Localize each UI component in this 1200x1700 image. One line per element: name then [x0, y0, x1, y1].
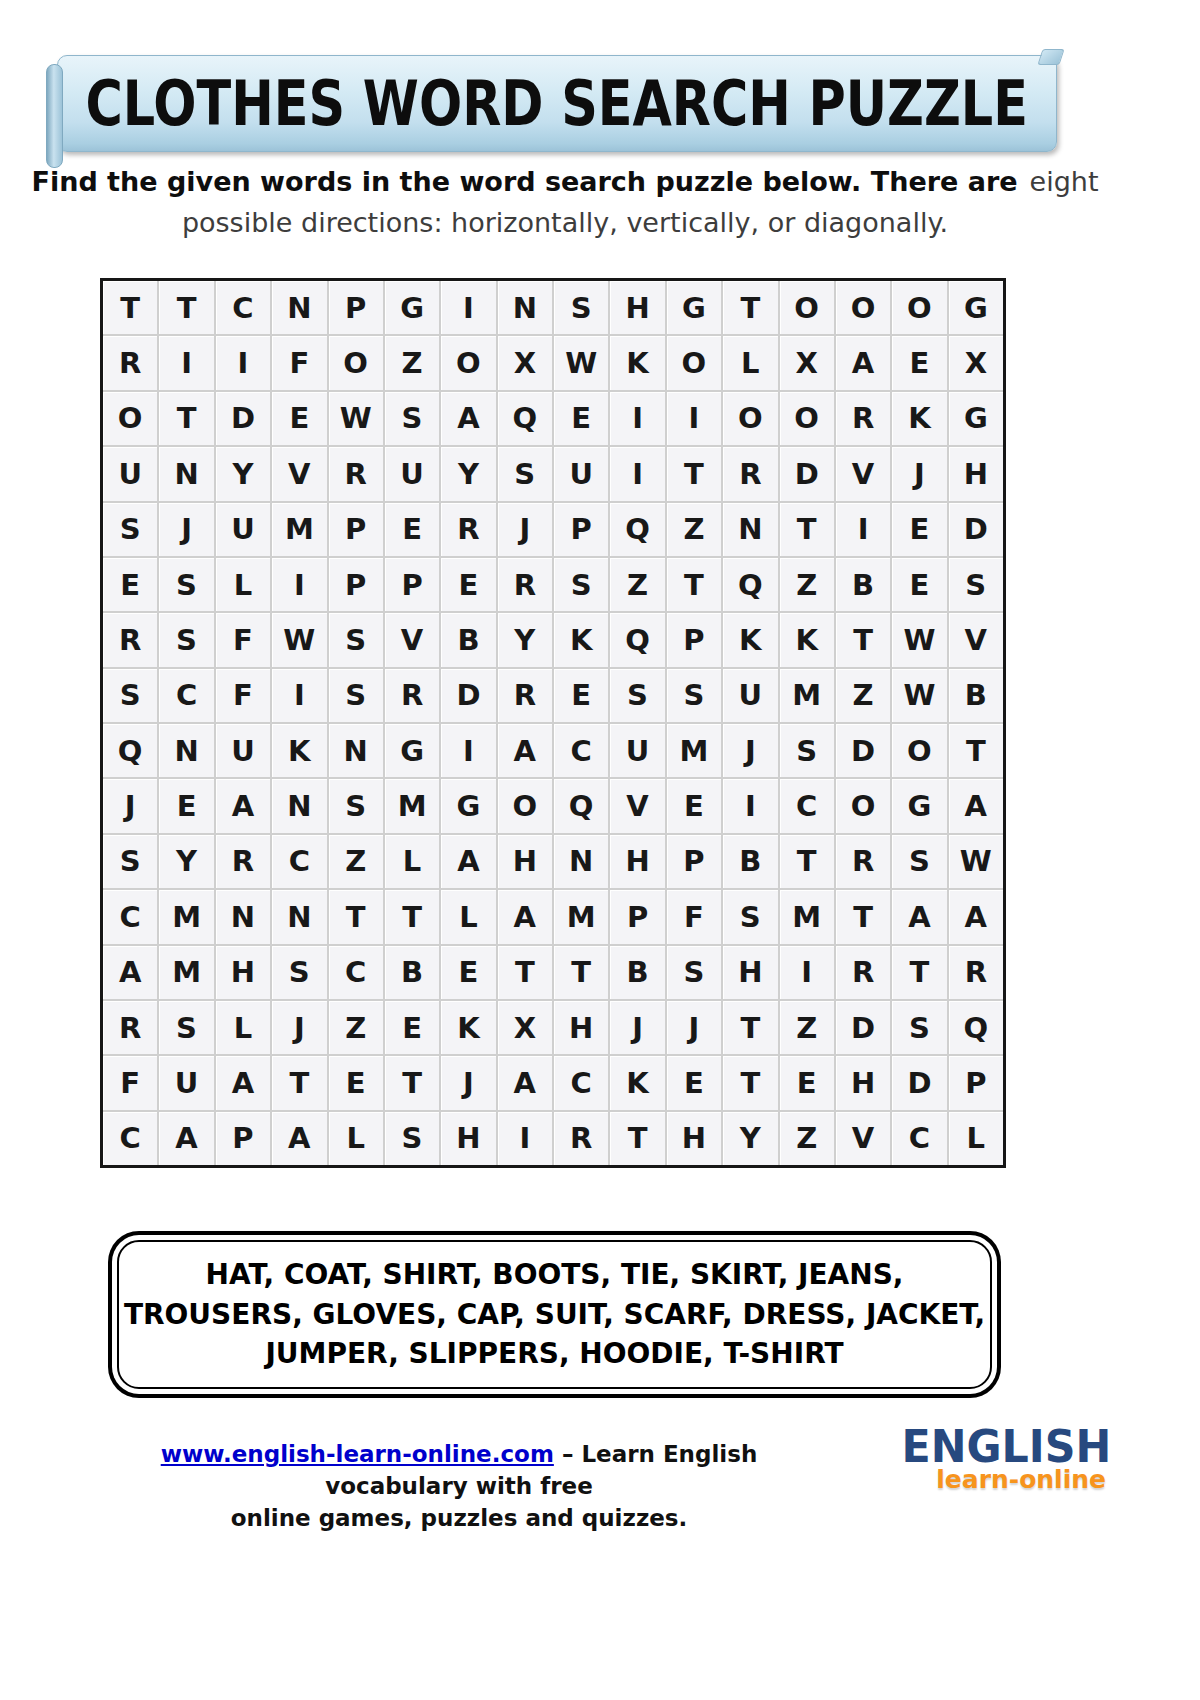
grid-cell[interactable]: P — [329, 503, 383, 556]
grid-cell[interactable]: E — [892, 558, 946, 611]
grid-cell[interactable]: T — [836, 613, 890, 666]
grid-cell[interactable]: Q — [103, 724, 157, 777]
instructions-answer-text: eight — [1030, 166, 1099, 197]
grid-cell[interactable]: J — [159, 503, 213, 556]
grid-cell[interactable]: N — [272, 281, 326, 334]
grid-cell[interactable]: S — [385, 392, 439, 445]
word-list-line2: TROUSERS, GLOVES, CAP, SUIT, SCARF, DRES… — [124, 1295, 985, 1335]
grid-cell[interactable]: V — [272, 447, 326, 500]
grid-cell[interactable]: R — [329, 447, 383, 500]
grid-cell[interactable]: A — [216, 1056, 270, 1109]
grid-cell[interactable]: O — [780, 281, 834, 334]
grid-cell[interactable]: B — [723, 835, 777, 888]
grid-cell[interactable]: A — [498, 724, 552, 777]
grid-cell[interactable]: U — [554, 447, 608, 500]
grid-cell[interactable]: L — [216, 558, 270, 611]
grid-cell[interactable]: E — [385, 1001, 439, 1054]
grid-cell[interactable]: T — [667, 558, 721, 611]
grid-cell[interactable]: W — [949, 835, 1003, 888]
grid-cell[interactable]: D — [780, 447, 834, 500]
grid-cell[interactable]: P — [949, 1056, 1003, 1109]
footer-separator: – — [562, 1441, 574, 1467]
grid-cell[interactable]: I — [667, 392, 721, 445]
grid-cell[interactable]: T — [329, 890, 383, 943]
grid-cell[interactable]: D — [216, 392, 270, 445]
grid-cell[interactable]: L — [441, 890, 495, 943]
grid-cell[interactable]: F — [667, 890, 721, 943]
grid-cell[interactable]: S — [667, 669, 721, 722]
grid-cell[interactable]: I — [441, 281, 495, 334]
grid-cell[interactable]: F — [216, 669, 270, 722]
grid-cell[interactable]: H — [610, 281, 664, 334]
grid-cell[interactable]: K — [723, 613, 777, 666]
grid-cell[interactable]: C — [780, 779, 834, 832]
word-search-grid: TTCNPGINSHGTOOOGRIIFOZOXWKOLXAEXOTDEWSAQ… — [100, 278, 1006, 1168]
grid-cell[interactable]: O — [329, 336, 383, 389]
grid-cell[interactable]: E — [441, 946, 495, 999]
scroll-fold-decoration — [1037, 49, 1064, 65]
grid-cell[interactable]: T — [667, 447, 721, 500]
grid-cell[interactable]: W — [892, 669, 946, 722]
grid-cell[interactable]: M — [780, 669, 834, 722]
grid-cell[interactable]: D — [441, 669, 495, 722]
grid-cell[interactable]: H — [667, 1112, 721, 1165]
grid-cell[interactable]: O — [780, 392, 834, 445]
instructions-bold-text: Find the given words in the word search … — [31, 166, 1017, 197]
grid-cell[interactable]: Z — [385, 336, 439, 389]
grid-cell[interactable]: B — [836, 558, 890, 611]
grid-cell[interactable]: Q — [723, 558, 777, 611]
grid-cell[interactable]: E — [272, 392, 326, 445]
grid-cell[interactable]: S — [892, 1001, 946, 1054]
grid-cell[interactable]: T — [780, 503, 834, 556]
grid-cell[interactable]: K — [610, 1056, 664, 1109]
grid-cell[interactable]: H — [441, 1112, 495, 1165]
grid-cell[interactable]: T — [385, 1056, 439, 1109]
grid-cell[interactable]: W — [272, 613, 326, 666]
grid-cell[interactable]: V — [385, 613, 439, 666]
grid-cell[interactable]: U — [159, 1056, 213, 1109]
grid-cell[interactable]: W — [329, 392, 383, 445]
grid-cell[interactable]: O — [836, 779, 890, 832]
grid-cell[interactable]: I — [498, 1112, 552, 1165]
grid-cell[interactable]: B — [610, 946, 664, 999]
grid-cell[interactable]: H — [836, 1056, 890, 1109]
grid-cell[interactable]: Z — [780, 1112, 834, 1165]
grid-cell[interactable]: P — [667, 835, 721, 888]
grid-cell[interactable]: D — [949, 503, 1003, 556]
grid-cell[interactable]: C — [554, 1056, 608, 1109]
grid-cell[interactable]: A — [949, 779, 1003, 832]
grid-cell[interactable]: D — [836, 1001, 890, 1054]
grid-cell[interactable]: P — [667, 613, 721, 666]
grid-cell[interactable]: C — [103, 890, 157, 943]
grid-cell[interactable]: I — [159, 336, 213, 389]
grid-cell[interactable]: T — [723, 281, 777, 334]
grid-cell[interactable]: N — [272, 779, 326, 832]
grid-cell[interactable]: U — [385, 447, 439, 500]
word-list-box: HAT, COAT, SHIRT, BOOTS, TIE, SKIRT, JEA… — [117, 1240, 992, 1389]
grid-cell[interactable]: L — [216, 1001, 270, 1054]
grid-cell[interactable]: E — [667, 779, 721, 832]
grid-cell[interactable]: R — [103, 613, 157, 666]
grid-cell[interactable]: S — [329, 669, 383, 722]
grid-cell[interactable]: S — [498, 447, 552, 500]
grid-cell[interactable]: Z — [329, 1001, 383, 1054]
grid-cell[interactable]: Y — [159, 835, 213, 888]
grid-cell[interactable]: Y — [723, 1112, 777, 1165]
word-list-line1: HAT, COAT, SHIRT, BOOTS, TIE, SKIRT, JEA… — [206, 1255, 904, 1295]
grid-cell[interactable]: M — [159, 946, 213, 999]
grid-cell[interactable]: E — [892, 336, 946, 389]
grid-cell[interactable]: S — [667, 946, 721, 999]
grid-cell[interactable]: M — [780, 890, 834, 943]
grid-cell[interactable]: T — [949, 724, 1003, 777]
grid-cell[interactable]: S — [272, 946, 326, 999]
footer-tagline-line2: online games, puzzles and quizzes. — [100, 1502, 818, 1534]
grid-cell[interactable]: R — [836, 392, 890, 445]
grid-cell[interactable]: Y — [441, 447, 495, 500]
grid-cell[interactable]: J — [441, 1056, 495, 1109]
grid-cell[interactable]: H — [498, 835, 552, 888]
grid-cell[interactable]: B — [385, 946, 439, 999]
grid-cell[interactable]: M — [554, 890, 608, 943]
grid-cell[interactable]: T — [103, 281, 157, 334]
grid-cell[interactable]: C — [159, 669, 213, 722]
grid-cell[interactable]: R — [836, 946, 890, 999]
grid-cell[interactable]: A — [892, 890, 946, 943]
grid-cell[interactable]: E — [159, 779, 213, 832]
grid-cell[interactable]: I — [836, 503, 890, 556]
grid-cell[interactable]: P — [385, 558, 439, 611]
grid-cell[interactable]: R — [949, 946, 1003, 999]
grid-cell[interactable]: T — [836, 890, 890, 943]
grid-cell[interactable]: Y — [216, 447, 270, 500]
grid-cell[interactable]: I — [441, 724, 495, 777]
word-list-line3: JUMPER, SLIPPERS, HOODIE, T-SHIRT — [265, 1334, 843, 1374]
grid-cell[interactable]: L — [329, 1112, 383, 1165]
grid-cell[interactable]: T — [723, 1056, 777, 1109]
grid-cell[interactable]: Y — [498, 613, 552, 666]
grid-cell[interactable]: U — [216, 503, 270, 556]
grid-cell[interactable]: L — [723, 336, 777, 389]
grid-cell[interactable]: T — [723, 1001, 777, 1054]
grid-cell[interactable]: O — [103, 392, 157, 445]
grid-cell[interactable]: R — [385, 669, 439, 722]
grid-cell[interactable]: I — [780, 946, 834, 999]
grid-cell[interactable]: J — [272, 1001, 326, 1054]
grid-cell[interactable]: M — [272, 503, 326, 556]
grid-cell[interactable]: K — [441, 1001, 495, 1054]
grid-cell[interactable]: B — [441, 613, 495, 666]
grid-cell[interactable]: S — [554, 281, 608, 334]
grid-cell[interactable]: I — [272, 558, 326, 611]
grid-cell[interactable]: T — [272, 1056, 326, 1109]
grid-cell[interactable]: J — [610, 1001, 664, 1054]
grid-cell[interactable]: J — [103, 779, 157, 832]
grid-cell[interactable]: S — [610, 669, 664, 722]
grid-cell[interactable]: A — [836, 336, 890, 389]
instructions-line2: possible directions: horizontally, verti… — [0, 203, 1130, 244]
grid-cell[interactable]: T — [892, 946, 946, 999]
grid-cell[interactable]: V — [836, 1112, 890, 1165]
title-banner: CLOTHES WORD SEARCH PUZZLE — [57, 55, 1057, 152]
grid-cell[interactable]: I — [216, 336, 270, 389]
grid-cell[interactable]: D — [892, 1056, 946, 1109]
grid-cell[interactable]: G — [892, 779, 946, 832]
grid-cell[interactable]: U — [216, 724, 270, 777]
grid-cell[interactable]: S — [780, 724, 834, 777]
grid-cell[interactable]: H — [216, 946, 270, 999]
grid-cell[interactable]: M — [159, 890, 213, 943]
grid-cell[interactable]: N — [159, 447, 213, 500]
grid-cell[interactable]: T — [385, 890, 439, 943]
footer: www.english-learn-online.com – Learn Eng… — [100, 1438, 818, 1535]
grid-cell[interactable]: R — [554, 1112, 608, 1165]
grid-cell[interactable]: S — [554, 558, 608, 611]
grid-cell[interactable]: Z — [329, 835, 383, 888]
grid-cell[interactable]: Z — [780, 1001, 834, 1054]
grid-cell[interactable]: E — [780, 1056, 834, 1109]
grid-cell[interactable]: N — [498, 281, 552, 334]
grid-cell[interactable]: W — [892, 613, 946, 666]
page-title: CLOTHES WORD SEARCH PUZZLE — [86, 67, 1029, 140]
grid-cell[interactable]: O — [723, 392, 777, 445]
grid-cell[interactable]: C — [216, 281, 270, 334]
grid-cell[interactable]: X — [949, 336, 1003, 389]
grid-cell[interactable]: O — [892, 281, 946, 334]
grid-cell[interactable]: F — [216, 613, 270, 666]
grid-cell[interactable]: O — [836, 281, 890, 334]
grid-cell[interactable]: M — [385, 779, 439, 832]
grid-cell[interactable]: G — [949, 392, 1003, 445]
grid-cell[interactable]: J — [892, 447, 946, 500]
grid-cell[interactable]: X — [498, 336, 552, 389]
grid-cell[interactable]: N — [272, 890, 326, 943]
grid-cell[interactable]: L — [949, 1112, 1003, 1165]
grid-cell[interactable]: Q — [610, 613, 664, 666]
grid-cell[interactable]: Q — [498, 392, 552, 445]
grid-cell[interactable]: S — [159, 613, 213, 666]
grid-cell[interactable]: U — [103, 447, 157, 500]
grid-cell[interactable]: T — [780, 835, 834, 888]
site-logo: ENGLISH learn-online — [896, 1424, 1108, 1494]
grid-cell[interactable]: J — [667, 1001, 721, 1054]
grid-cell[interactable]: I — [610, 392, 664, 445]
grid-cell[interactable]: M — [667, 724, 721, 777]
grid-cell[interactable]: I — [272, 669, 326, 722]
grid-cell[interactable]: H — [949, 447, 1003, 500]
grid-cell[interactable]: C — [103, 1112, 157, 1165]
grid-cell[interactable]: N — [554, 835, 608, 888]
grid-cell[interactable]: Z — [610, 558, 664, 611]
grid-cell[interactable]: N — [159, 724, 213, 777]
grid-cell[interactable]: A — [216, 779, 270, 832]
grid-cell[interactable]: E — [892, 503, 946, 556]
grid-cell[interactable]: O — [498, 779, 552, 832]
grid-cell[interactable]: C — [329, 946, 383, 999]
grid-cell[interactable]: A — [441, 392, 495, 445]
grid-cell[interactable]: X — [780, 336, 834, 389]
grid-cell[interactable]: P — [329, 281, 383, 334]
grid-cell[interactable]: K — [554, 613, 608, 666]
grid-cell[interactable]: P — [610, 890, 664, 943]
grid-cell[interactable]: A — [498, 1056, 552, 1109]
grid-cell[interactable]: P — [554, 503, 608, 556]
logo-english-text: ENGLISH — [902, 1424, 1112, 1469]
grid-cell[interactable]: S — [329, 779, 383, 832]
grid-cell[interactable]: C — [554, 724, 608, 777]
footer-link[interactable]: www.english-learn-online.com — [161, 1441, 554, 1467]
grid-cell[interactable]: H — [554, 1001, 608, 1054]
grid-cell[interactable]: T — [159, 281, 213, 334]
grid-cell[interactable]: G — [385, 281, 439, 334]
grid-cell[interactable]: P — [216, 1112, 270, 1165]
instructions-line1: Find the given words in the word search … — [0, 162, 1130, 203]
grid-cell[interactable]: V — [836, 447, 890, 500]
grid-cell[interactable]: O — [892, 724, 946, 777]
grid-cell[interactable]: S — [103, 669, 157, 722]
grid-cell[interactable]: E — [441, 558, 495, 611]
grid-cell[interactable]: C — [892, 1112, 946, 1165]
grid-cell[interactable]: R — [498, 669, 552, 722]
grid-cell[interactable]: S — [103, 835, 157, 888]
grid-cell[interactable]: N — [723, 503, 777, 556]
grid-cell[interactable]: I — [723, 779, 777, 832]
grid-cell[interactable]: C — [272, 835, 326, 888]
grid-cell[interactable]: O — [441, 336, 495, 389]
grid-cell[interactable]: S — [385, 1112, 439, 1165]
grid-cell[interactable]: H — [610, 835, 664, 888]
grid-cell[interactable]: A — [949, 890, 1003, 943]
grid-cell[interactable]: H — [723, 946, 777, 999]
grid-cell[interactable]: Z — [780, 558, 834, 611]
grid-cell[interactable]: E — [385, 503, 439, 556]
grid-cell[interactable]: B — [949, 669, 1003, 722]
grid-cell[interactable]: Q — [554, 779, 608, 832]
grid-cell[interactable]: R — [723, 447, 777, 500]
grid-cell[interactable]: G — [441, 779, 495, 832]
grid-cell[interactable]: S — [103, 503, 157, 556]
grid-cell[interactable]: F — [103, 1056, 157, 1109]
grid-cell[interactable]: P — [329, 558, 383, 611]
grid-cell[interactable]: S — [949, 558, 1003, 611]
grid-cell[interactable]: J — [723, 724, 777, 777]
grid-cell[interactable]: J — [498, 503, 552, 556]
grid-cell[interactable]: E — [667, 1056, 721, 1109]
grid-cell[interactable]: T — [554, 946, 608, 999]
grid-cell[interactable]: U — [723, 669, 777, 722]
grid-cell[interactable]: G — [949, 281, 1003, 334]
grid-cell[interactable]: Z — [667, 503, 721, 556]
grid-cell[interactable]: A — [159, 1112, 213, 1165]
grid-cell[interactable]: K — [780, 613, 834, 666]
grid-cell[interactable]: X — [498, 1001, 552, 1054]
grid-cell[interactable]: R — [103, 1001, 157, 1054]
grid-cell[interactable]: Z — [836, 669, 890, 722]
grid-cell[interactable]: A — [441, 835, 495, 888]
grid-cell[interactable]: W — [554, 336, 608, 389]
grid-cell[interactable]: S — [892, 835, 946, 888]
instructions: Find the given words in the word search … — [0, 162, 1130, 243]
grid-cell[interactable]: S — [329, 613, 383, 666]
scroll-curl-decoration — [46, 64, 63, 168]
grid-cell[interactable]: K — [892, 392, 946, 445]
grid-cell[interactable]: E — [554, 669, 608, 722]
grid-cell[interactable]: S — [723, 890, 777, 943]
grid-cell[interactable]: K — [272, 724, 326, 777]
grid-cell[interactable]: E — [103, 558, 157, 611]
grid-cell[interactable]: T — [159, 392, 213, 445]
grid-cell[interactable]: R — [103, 336, 157, 389]
grid-cell[interactable]: K — [610, 336, 664, 389]
grid-cell[interactable]: U — [610, 724, 664, 777]
grid-cell[interactable]: S — [159, 1001, 213, 1054]
grid-cell[interactable]: V — [949, 613, 1003, 666]
grid-cell[interactable]: R — [216, 835, 270, 888]
grid-cell[interactable]: N — [216, 890, 270, 943]
grid-cell[interactable]: N — [329, 724, 383, 777]
grid-cell[interactable]: Q — [610, 503, 664, 556]
grid-cell[interactable]: G — [667, 281, 721, 334]
grid-cell[interactable]: A — [103, 946, 157, 999]
grid-cell[interactable]: R — [441, 503, 495, 556]
grid-cell[interactable]: T — [610, 1112, 664, 1165]
grid-cell[interactable]: A — [498, 890, 552, 943]
grid-cell[interactable]: L — [385, 835, 439, 888]
grid-cell[interactable]: Q — [949, 1001, 1003, 1054]
grid-cell[interactable]: F — [272, 336, 326, 389]
grid-cell[interactable]: R — [836, 835, 890, 888]
grid-cell[interactable]: O — [667, 336, 721, 389]
grid-cell[interactable]: T — [498, 946, 552, 999]
grid-cell[interactable]: I — [610, 447, 664, 500]
grid-cell[interactable]: D — [836, 724, 890, 777]
grid-cell[interactable]: V — [610, 779, 664, 832]
grid-cell[interactable]: E — [329, 1056, 383, 1109]
grid-cell[interactable]: A — [272, 1112, 326, 1165]
grid-cell[interactable]: R — [498, 558, 552, 611]
grid-cell[interactable]: E — [554, 392, 608, 445]
grid-cell[interactable]: S — [159, 558, 213, 611]
grid-cell[interactable]: G — [385, 724, 439, 777]
